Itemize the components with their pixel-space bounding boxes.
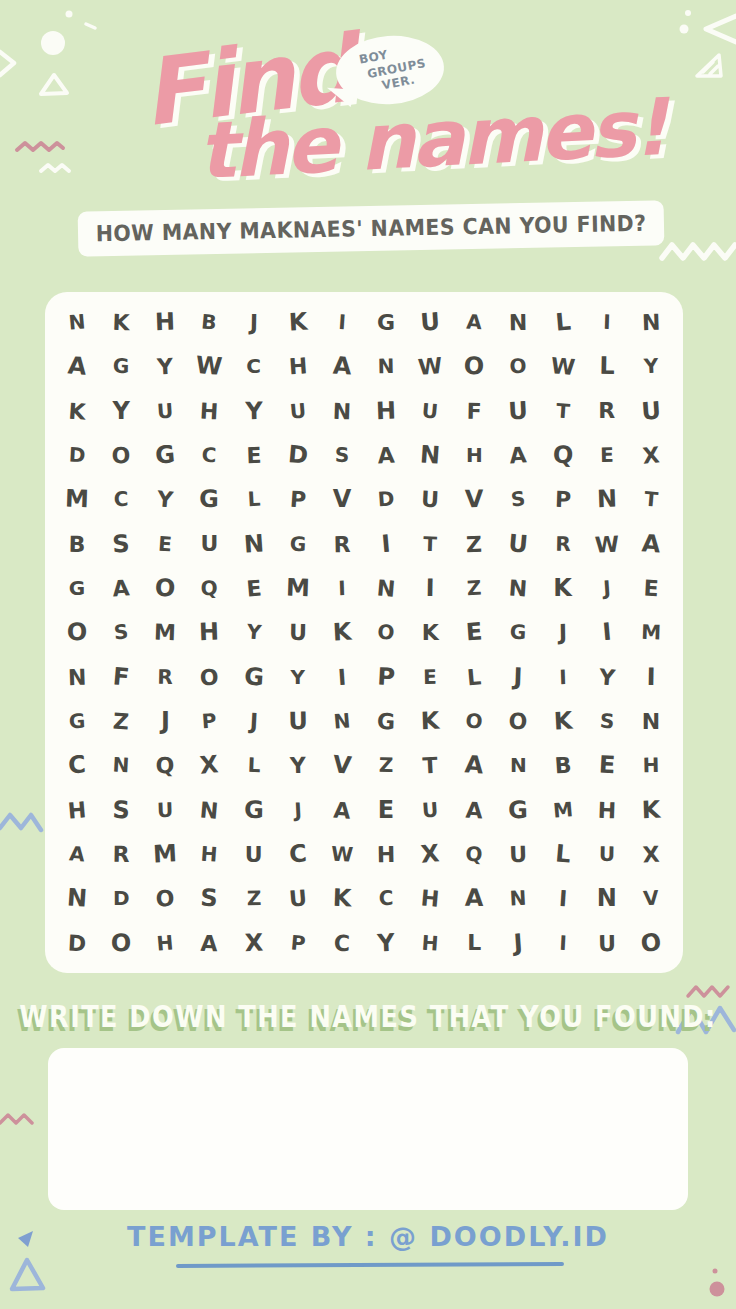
word-search-template-page: Find the names! BOY GROUPS VER. HOW MANY… [0, 0, 736, 1309]
template-credit: TEMPLATE BY : @ DOODLY.ID [0, 1221, 736, 1252]
grid-cell-r3-c12[interactable]: T [539, 387, 586, 434]
grid-cell-r11-c14[interactable]: H [628, 743, 673, 788]
grid-cell-r7-c9[interactable]: I [408, 566, 453, 611]
grid-cell-r10-c11[interactable]: O [496, 699, 541, 744]
grid-cell-r3-c3[interactable]: U [142, 387, 189, 434]
grid-cell-r11-c6[interactable]: Y [275, 743, 321, 789]
grid-cell-r15-c6[interactable]: P [274, 919, 322, 967]
grid-cell-r9-c1[interactable]: N [54, 654, 100, 700]
grid-cell-r5-c9[interactable]: U [407, 476, 453, 523]
grid-cell-r14-c5[interactable]: Z [231, 876, 276, 921]
grid-cell-r11-c8[interactable]: Z [364, 743, 409, 788]
grid-cell-r6-c4[interactable]: U [187, 522, 231, 566]
grid-cell-r15-c8[interactable]: Y [363, 920, 409, 967]
grid-cell-r3-c14[interactable]: U [627, 387, 674, 434]
grid-cell-r15-c7[interactable]: C [319, 920, 364, 965]
grid-cell-r11-c3[interactable]: Q [143, 743, 188, 788]
grid-cell-r2-c1[interactable]: A [53, 342, 101, 390]
dot-doodle-icon [710, 1282, 725, 1297]
grid-cell-r12-c11[interactable]: G [496, 787, 541, 832]
zigzag-pink-topleft-icon [17, 143, 63, 150]
grid-cell-r13-c13[interactable]: U [584, 832, 629, 877]
grid-cell-r15-c4[interactable]: A [187, 920, 233, 966]
grid-cell-r11-c1[interactable]: C [54, 742, 101, 789]
answers-input[interactable] [48, 1048, 688, 1210]
grid-cell-r12-c10[interactable]: A [451, 787, 497, 834]
grid-cell-r11-c10[interactable]: A [451, 742, 498, 789]
grid-cell-r10-c6[interactable]: U [275, 699, 320, 744]
triangle-outline-doodle-icon [12, 1260, 43, 1289]
grid-cell-r12-c1[interactable]: H [53, 786, 101, 834]
speck-doodle-icon [86, 24, 95, 28]
grid-cell-r6-c1[interactable]: B [55, 521, 100, 566]
grid-cell-r15-c3[interactable]: H [141, 919, 189, 967]
zigzag-white-topright-icon [662, 245, 735, 258]
grid-cell-r11-c13[interactable]: E [584, 742, 630, 789]
grid-cell-r5-c11[interactable]: S [495, 475, 543, 523]
grid-cell-r1-c7[interactable]: I [318, 299, 365, 346]
grid-cell-r8-c8[interactable]: O [362, 609, 409, 656]
grid-cell-r12-c5[interactable]: G [231, 787, 276, 832]
grid-cell-r14-c14[interactable]: V [627, 875, 674, 922]
grid-cell-r1-c1[interactable]: N [53, 298, 101, 346]
grid-cell-r8-c14[interactable]: M [628, 610, 674, 656]
grid-cell-r4-c13[interactable]: E [584, 433, 629, 478]
grid-cell-r13-c14[interactable]: X [628, 831, 674, 878]
grid-cell-r10-c5[interactable]: J [230, 698, 276, 745]
grid-cell-r10-c2[interactable]: Z [98, 697, 145, 744]
grid-cell-r12-c2[interactable]: S [98, 787, 144, 833]
grid-cell-r14-c12[interactable]: I [539, 875, 586, 922]
grid-cell-r4-c12[interactable]: Q [539, 432, 585, 479]
grid-cell-r10-c12[interactable]: K [539, 698, 585, 745]
grid-cell-r10-c3[interactable]: J [143, 699, 187, 743]
grid-cell-r15-c10[interactable]: L [452, 921, 496, 965]
grid-cell-r11-c2[interactable]: N [98, 742, 144, 789]
grid-cell-r5-c14[interactable]: T [627, 475, 675, 523]
grid-cell-r9-c11[interactable]: J [496, 654, 542, 700]
subtitle-text: HOW MANY MAKNAES' NAMES CAN YOU FIND? [95, 211, 646, 247]
grid-cell-r4-c3[interactable]: G [141, 431, 189, 479]
grid-cell-r12-c9[interactable]: U [407, 786, 454, 833]
dot-doodle-icon [685, 10, 691, 16]
grid-cell-r14-c8[interactable]: C [363, 876, 409, 922]
grid-cell-r5-c2[interactable]: C [98, 477, 144, 523]
grid-cell-r8-c5[interactable]: Y [230, 608, 278, 656]
grid-cell-r15-c2[interactable]: O [99, 920, 144, 965]
grid-cell-r1-c4[interactable]: B [186, 298, 234, 346]
grid-cell-r2-c9[interactable]: W [406, 342, 454, 390]
grid-cell-r4-c8[interactable]: A [363, 432, 409, 479]
grid-cell-r8-c12[interactable]: J [540, 610, 585, 655]
grid-cell-r5-c6[interactable]: P [274, 476, 321, 523]
zigzag-pink-bottomleft-icon [0, 1115, 32, 1123]
grid-cell-r11-c11[interactable]: N [496, 743, 540, 787]
grid-cell-r1-c11[interactable]: N [496, 300, 541, 345]
grid-cell-r14-c3[interactable]: O [142, 875, 189, 922]
grid-cell-r1-c3[interactable]: H [143, 299, 189, 345]
grid-cell-r2-c14[interactable]: Y [628, 343, 674, 390]
grid-cell-r9-c3[interactable]: R [143, 654, 188, 699]
grid-cell-r2-c7[interactable]: A [319, 343, 365, 390]
grid-cell-r7-c12[interactable]: K [541, 566, 585, 610]
grid-cell-r6-c3[interactable]: E [142, 520, 189, 567]
grid-cell-r5-c12[interactable]: P [540, 477, 586, 523]
hatched-triangle-doodle-icon [697, 55, 721, 76]
grid-cell-r14-c11[interactable]: N [495, 875, 541, 922]
grid-cell-r7-c2[interactable]: A [98, 564, 145, 611]
dot-doodle-icon [66, 11, 73, 18]
grid-cell-r3-c7[interactable]: N [319, 388, 365, 434]
grid-cell-r8-c1[interactable]: O [55, 610, 100, 655]
grid-cell-r2-c11[interactable]: O [496, 344, 542, 390]
grid-cell-r15-c5[interactable]: X [231, 920, 277, 966]
grid-cell-r13-c3[interactable]: M [142, 831, 188, 878]
letter-grid: NKHBJKIGUANLINAGYWCHANWOOWLYKYUHYUNHUFUT… [55, 300, 673, 965]
grid-cell-r4-c6[interactable]: D [274, 431, 322, 479]
grid-cell-r6-c13[interactable]: W [584, 521, 630, 568]
grid-cell-r11-c9[interactable]: T [407, 742, 453, 789]
grid-cell-r5-c10[interactable]: V [452, 477, 497, 522]
grid-cell-r10-c13[interactable]: S [583, 697, 630, 744]
grid-cell-r14-c7[interactable]: K [319, 876, 365, 922]
grid-cell-r10-c14[interactable]: N [629, 699, 673, 743]
grid-cell-r4-c11[interactable]: A [495, 431, 542, 478]
grid-cell-r8-c4[interactable]: H [187, 610, 233, 656]
credit-underline [176, 1262, 564, 1268]
grid-cell-r3-c1[interactable]: K [54, 387, 101, 434]
grid-cell-r3-c2[interactable]: Y [99, 389, 143, 433]
grid-cell-r3-c11[interactable]: U [495, 388, 541, 435]
grid-cell-r12-c6[interactable]: J [275, 787, 321, 834]
grid-cell-r7-c10[interactable]: Z [451, 565, 497, 612]
grid-cell-r11-c5[interactable]: L [231, 743, 277, 789]
grid-cell-r15-c12[interactable]: I [539, 920, 585, 967]
grid-cell-r4-c7[interactable]: S [319, 433, 364, 478]
grid-cell-r9-c13[interactable]: Y [583, 653, 631, 701]
grid-cell-r13-c5[interactable]: U [232, 832, 276, 876]
grid-cell-r8-c6[interactable]: U [275, 610, 320, 655]
grid-cell-r5-c3[interactable]: Y [141, 475, 189, 523]
grid-cell-r8-c11[interactable]: G [495, 609, 541, 656]
grid-cell-r1-c10[interactable]: A [451, 299, 497, 346]
grid-cell-r10-c1[interactable]: G [54, 698, 100, 745]
grid-cell-r13-c12[interactable]: L [539, 830, 587, 878]
grid-cell-r2-c5[interactable]: C [232, 344, 276, 388]
grid-cell-r6-c5[interactable]: N [230, 520, 277, 567]
word-search-board: NKHBJKIGUANLINAGYWCHANWOOWLYKYUHYUNHUFUT… [45, 292, 683, 973]
grid-cell-r9-c2[interactable]: F [97, 653, 145, 701]
grid-cell-r1-c13[interactable]: I [584, 299, 630, 345]
grid-cell-r12-c12[interactable]: M [539, 786, 587, 834]
grid-cell-r7-c14[interactable]: E [628, 565, 674, 612]
grid-cell-r15-c13[interactable]: U [584, 920, 629, 965]
grid-cell-r2-c6[interactable]: H [274, 343, 321, 390]
grid-cell-r4-c5[interactable]: E [231, 432, 277, 478]
grid-cell-r9-c4[interactable]: O [186, 654, 232, 701]
grid-cell-r2-c13[interactable]: L [584, 344, 629, 389]
grid-cell-r7-c3[interactable]: O [142, 565, 188, 612]
grid-cell-r8-c2[interactable]: S [97, 608, 145, 656]
grid-cell-r4-c2[interactable]: O [99, 433, 144, 478]
grid-cell-r12-c7[interactable]: A [318, 786, 365, 833]
grid-cell-r1-c12[interactable]: L [539, 298, 587, 346]
grid-cell-r7-c4[interactable]: Q [187, 566, 232, 611]
grid-cell-r6-c2[interactable]: S [98, 521, 144, 568]
grid-cell-r14-c4[interactable]: S [186, 875, 232, 922]
zigzag-blue-left-icon [0, 815, 41, 830]
grid-cell-r15-c9[interactable]: H [407, 919, 454, 966]
grid-cell-r4-c10[interactable]: H [452, 433, 496, 477]
arrow-doodle-icon [706, 16, 736, 42]
grid-cell-r2-c2[interactable]: G [99, 344, 144, 389]
grid-cell-r14-c1[interactable]: N [54, 875, 101, 922]
circle-doodle-icon [41, 31, 65, 55]
grid-cell-r5-c8[interactable]: D [362, 476, 409, 523]
grid-cell-r15-c11[interactable]: J [495, 919, 542, 966]
subtitle-highlight: HOW MANY MAKNAES' NAMES CAN YOU FIND? [78, 200, 665, 256]
grid-cell-r3-c10[interactable]: F [452, 388, 497, 433]
grid-cell-r13-c9[interactable]: X [406, 830, 454, 878]
grid-cell-r9-c10[interactable]: L [450, 653, 498, 701]
grid-cell-r1-c9[interactable]: U [407, 299, 454, 346]
grid-cell-r8-c9[interactable]: K [408, 610, 452, 654]
grid-cell-r1-c5[interactable]: J [231, 300, 276, 345]
grid-cell-r5-c13[interactable]: N [584, 477, 630, 523]
grid-cell-r5-c1[interactable]: M [54, 477, 100, 523]
grid-cell-r12-c13[interactable]: H [584, 787, 630, 833]
answers-prompt: WRITE DOWN THE NAMES THAT YOU FOUND: [18, 999, 717, 1034]
grid-cell-r13-c7[interactable]: W [319, 831, 365, 878]
grid-cell-r7-c8[interactable]: N [362, 564, 410, 612]
grid-cell-r9-c9[interactable]: E [408, 654, 453, 699]
grid-cell-r8-c10[interactable]: E [451, 609, 498, 656]
grid-cell-r10-c7[interactable]: N [318, 697, 366, 745]
grid-cell-r10-c10[interactable]: O [450, 697, 498, 745]
grid-cell-r13-c10[interactable]: Q [452, 831, 498, 877]
grid-cell-r3-c6[interactable]: U [274, 387, 322, 435]
grid-cell-r3-c13[interactable]: R [585, 389, 629, 433]
grid-cell-r9-c5[interactable]: G [230, 653, 277, 700]
grid-cell-r13-c11[interactable]: U [496, 831, 542, 877]
grid-cell-r9-c12[interactable]: I [540, 654, 586, 700]
grid-cell-r3-c9[interactable]: U [406, 387, 454, 435]
grid-cell-r6-c9[interactable]: T [407, 521, 453, 567]
grid-cell-r10-c4[interactable]: P [186, 697, 233, 744]
grid-cell-r14-c6[interactable]: U [274, 874, 322, 922]
grid-cell-r4-c9[interactable]: N [407, 431, 454, 478]
grid-cell-r8-c13[interactable]: I [583, 608, 631, 656]
grid-cell-r6-c11[interactable]: U [495, 520, 543, 568]
arrow-doodle-icon [0, 52, 14, 75]
grid-cell-r14-c9[interactable]: H [406, 874, 454, 922]
grid-cell-r3-c4[interactable]: H [186, 388, 232, 435]
grid-cell-r8-c3[interactable]: M [143, 610, 189, 656]
grid-cell-r5-c4[interactable]: G [187, 477, 232, 522]
grid-cell-r6-c14[interactable]: A [627, 520, 674, 567]
grid-cell-r4-c14[interactable]: X [627, 431, 675, 479]
grid-cell-r9-c14[interactable]: I [628, 654, 673, 699]
grid-cell-r11-c4[interactable]: X [186, 741, 234, 789]
grid-cell-r7-c6[interactable]: M [275, 565, 321, 611]
grid-cell-r4-c1[interactable]: D [54, 432, 100, 479]
grid-cell-r11-c7[interactable]: V [318, 741, 366, 789]
dot-doodle-icon [713, 1269, 718, 1274]
grid-cell-r14-c13[interactable]: N [585, 876, 629, 920]
grid-cell-r13-c2[interactable]: R [99, 832, 144, 877]
grid-cell-r2-c8[interactable]: N [364, 344, 409, 389]
grid-cell-r2-c4[interactable]: W [186, 343, 233, 390]
grid-cell-r15-c14[interactable]: O [627, 919, 675, 967]
grid-cell-r13-c4[interactable]: H [186, 830, 233, 877]
grid-cell-r6-c10[interactable]: Z [452, 521, 498, 567]
grid-cell-r3-c5[interactable]: Y [231, 388, 276, 433]
grid-cell-r2-c10[interactable]: O [452, 344, 498, 390]
grid-cell-r1-c14[interactable]: N [628, 299, 674, 345]
grid-cell-r12-c4[interactable]: N [186, 786, 234, 834]
grid-cell-r7-c7[interactable]: I [319, 565, 365, 611]
dot-doodle-icon [680, 25, 689, 34]
triangle-doodle-icon [41, 75, 67, 94]
grid-cell-r6-c12[interactable]: R [540, 521, 585, 566]
grid-cell-r15-c1[interactable]: D [54, 920, 100, 967]
grid-cell-r8-c7[interactable]: K [319, 609, 365, 656]
grid-cell-r7-c1[interactable]: G [55, 566, 99, 610]
grid-cell-r1-c6[interactable]: K [275, 299, 321, 346]
grid-cell-r10-c9[interactable]: K [407, 698, 453, 744]
grid-cell-r2-c12[interactable]: W [539, 342, 587, 390]
grid-cell-r12-c3[interactable]: U [143, 787, 189, 833]
grid-cell-r9-c8[interactable]: P [363, 654, 409, 701]
grid-cell-r9-c7[interactable]: I [318, 653, 365, 700]
grid-cell-r7-c13[interactable]: J [583, 564, 630, 611]
grid-cell-r13-c8[interactable]: H [364, 832, 409, 877]
grid-cell-r5-c5[interactable]: L [230, 476, 276, 523]
grid-cell-r9-c6[interactable]: Y [276, 655, 320, 699]
grid-cell-r12-c14[interactable]: K [628, 787, 674, 833]
grid-cell-r1-c2[interactable]: K [98, 299, 144, 345]
grid-cell-r1-c8[interactable]: G [364, 300, 408, 344]
grid-cell-r13-c1[interactable]: A [53, 830, 101, 878]
grid-cell-r6-c8[interactable]: I [362, 520, 410, 568]
grid-cell-r14-c2[interactable]: D [99, 876, 143, 920]
grid-cell-r2-c3[interactable]: Y [142, 343, 188, 390]
grid-cell-r13-c6[interactable]: C [274, 830, 321, 877]
zigzag-white-topleft-icon [41, 165, 69, 171]
zigzag-pink-right-icon [688, 987, 728, 996]
grid-cell-r6-c6[interactable]: G [275, 521, 321, 568]
grid-cell-r12-c8[interactable]: E [364, 788, 408, 832]
grid-cell-r7-c5[interactable]: E [230, 564, 278, 612]
grid-cell-r6-c7[interactable]: R [319, 521, 364, 566]
grid-cell-r5-c7[interactable]: V [320, 477, 364, 521]
grid-cell-r3-c8[interactable]: H [363, 388, 409, 434]
grid-cell-r11-c12[interactable]: B [539, 742, 586, 789]
grid-cell-r14-c10[interactable]: A [452, 876, 497, 921]
grid-cell-r7-c11[interactable]: N [495, 564, 542, 611]
grid-cell-r4-c4[interactable]: C [187, 432, 233, 478]
grid-cell-r10-c8[interactable]: G [363, 698, 409, 744]
